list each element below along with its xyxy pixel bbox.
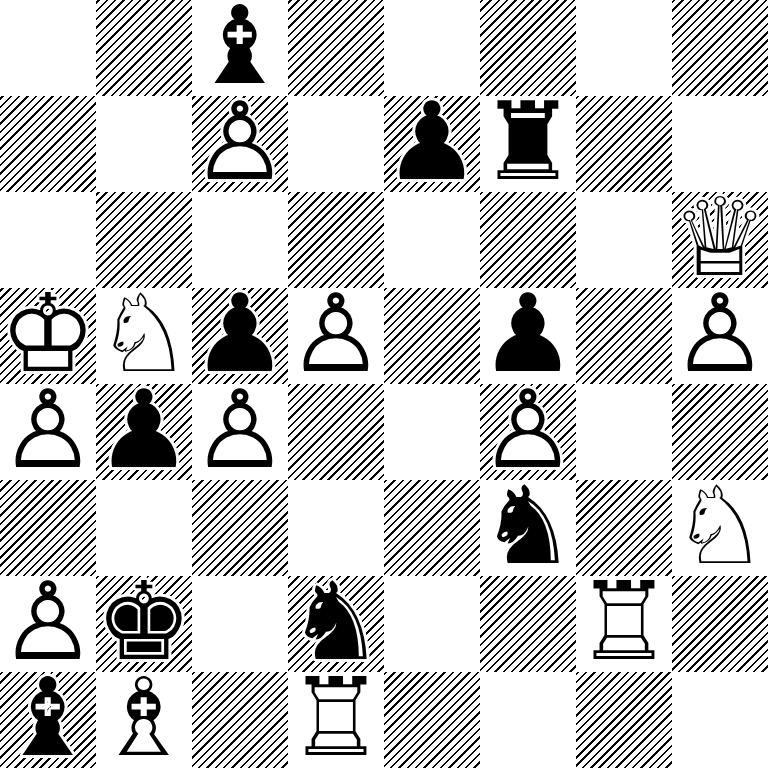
white-knight-icon: ♘ xyxy=(672,472,768,580)
white-bishop-icon: ♗ xyxy=(96,664,193,768)
piece-white-king[interactable]: ♚♔ xyxy=(0,288,96,384)
square-h3[interactable]: ♞♘ xyxy=(672,480,768,576)
white-pawn-halo: ♟ xyxy=(480,376,577,484)
piece-black-pawn[interactable]: ♟♟ xyxy=(384,96,480,192)
square-e6[interactable] xyxy=(384,192,480,288)
white-pawn-icon: ♙ xyxy=(288,280,385,388)
black-pawn-icon: ♟ xyxy=(480,280,577,388)
piece-black-pawn[interactable]: ♟♟ xyxy=(96,384,192,480)
square-h2[interactable] xyxy=(672,576,768,672)
chess-board: ♝♝♟♙♟♟♜♜♛♕♚♔♞♘♟♟♟♙♟♟♟♙♟♙♟♟♟♙♟♙♞♞♞♘♟♙♚♚♞♞… xyxy=(0,0,768,768)
square-f2[interactable] xyxy=(480,576,576,672)
square-a7[interactable] xyxy=(0,96,96,192)
white-queen-halo: ♛ xyxy=(672,184,768,292)
square-b2[interactable]: ♚♚ xyxy=(96,576,192,672)
square-b3[interactable] xyxy=(96,480,192,576)
square-b8[interactable] xyxy=(96,0,192,96)
square-e4[interactable] xyxy=(384,384,480,480)
square-e2[interactable] xyxy=(384,576,480,672)
piece-black-knight[interactable]: ♞♞ xyxy=(288,576,384,672)
square-f6[interactable] xyxy=(480,192,576,288)
black-rook-halo: ♜ xyxy=(480,88,577,196)
square-g6[interactable] xyxy=(576,192,672,288)
piece-white-pawn[interactable]: ♟♙ xyxy=(0,384,96,480)
square-c5[interactable]: ♟♟ xyxy=(192,288,288,384)
white-pawn-halo: ♟ xyxy=(0,376,96,484)
white-knight-halo: ♞ xyxy=(672,472,768,580)
square-h4[interactable] xyxy=(672,384,768,480)
white-knight-icon: ♘ xyxy=(96,280,193,388)
piece-white-pawn[interactable]: ♟♙ xyxy=(192,96,288,192)
white-pawn-icon: ♙ xyxy=(480,376,577,484)
square-h5[interactable]: ♟♙ xyxy=(672,288,768,384)
piece-black-pawn[interactable]: ♟♟ xyxy=(480,288,576,384)
black-knight-icon: ♞ xyxy=(480,472,577,580)
white-pawn-halo: ♟ xyxy=(192,376,289,484)
black-bishop-halo: ♝ xyxy=(192,0,289,100)
black-bishop-icon: ♝ xyxy=(0,664,96,768)
square-c3[interactable] xyxy=(192,480,288,576)
square-b7[interactable] xyxy=(96,96,192,192)
square-f4[interactable]: ♟♙ xyxy=(480,384,576,480)
piece-white-pawn[interactable]: ♟♙ xyxy=(192,384,288,480)
white-pawn-halo: ♟ xyxy=(672,280,768,388)
square-d1[interactable]: ♜♖ xyxy=(288,672,384,768)
square-d7[interactable] xyxy=(288,96,384,192)
black-king-halo: ♚ xyxy=(96,568,193,676)
square-d4[interactable] xyxy=(288,384,384,480)
piece-white-pawn[interactable]: ♟♙ xyxy=(288,288,384,384)
white-rook-icon: ♖ xyxy=(576,568,673,676)
black-knight-halo: ♞ xyxy=(288,568,385,676)
square-g2[interactable]: ♜♖ xyxy=(576,576,672,672)
piece-white-rook[interactable]: ♜♖ xyxy=(576,576,672,672)
square-b1[interactable]: ♝♗ xyxy=(96,672,192,768)
square-g3[interactable] xyxy=(576,480,672,576)
black-pawn-halo: ♟ xyxy=(96,376,193,484)
square-c7[interactable]: ♟♙ xyxy=(192,96,288,192)
white-pawn-halo: ♟ xyxy=(0,568,96,676)
white-pawn-halo: ♟ xyxy=(192,88,289,196)
square-b6[interactable] xyxy=(96,192,192,288)
square-a1[interactable]: ♝♝ xyxy=(0,672,96,768)
square-f3[interactable]: ♞♞ xyxy=(480,480,576,576)
square-e3[interactable] xyxy=(384,480,480,576)
square-a4[interactable]: ♟♙ xyxy=(0,384,96,480)
square-c1[interactable] xyxy=(192,672,288,768)
square-g4[interactable] xyxy=(576,384,672,480)
white-rook-icon: ♖ xyxy=(288,664,385,768)
square-h1[interactable] xyxy=(672,672,768,768)
white-bishop-halo: ♝ xyxy=(96,664,193,768)
square-d3[interactable] xyxy=(288,480,384,576)
square-f8[interactable] xyxy=(480,0,576,96)
square-a8[interactable] xyxy=(0,0,96,96)
square-c2[interactable] xyxy=(192,576,288,672)
white-king-icon: ♔ xyxy=(0,280,96,388)
black-pawn-halo: ♟ xyxy=(192,280,289,388)
square-a6[interactable] xyxy=(0,192,96,288)
square-a5[interactable]: ♚♔ xyxy=(0,288,96,384)
black-bishop-icon: ♝ xyxy=(192,0,289,100)
piece-white-pawn[interactable]: ♟♙ xyxy=(0,576,96,672)
square-g1[interactable] xyxy=(576,672,672,768)
square-d8[interactable] xyxy=(288,0,384,96)
square-h8[interactable] xyxy=(672,0,768,96)
square-d2[interactable]: ♞♞ xyxy=(288,576,384,672)
piece-black-knight[interactable]: ♞♞ xyxy=(480,480,576,576)
white-pawn-icon: ♙ xyxy=(0,568,96,676)
piece-white-pawn[interactable]: ♟♙ xyxy=(480,384,576,480)
piece-black-king[interactable]: ♚♚ xyxy=(96,576,192,672)
black-pawn-icon: ♟ xyxy=(96,376,193,484)
square-d6[interactable] xyxy=(288,192,384,288)
black-pawn-icon: ♟ xyxy=(384,88,481,196)
black-pawn-icon: ♟ xyxy=(192,280,289,388)
square-e5[interactable] xyxy=(384,288,480,384)
piece-black-bishop[interactable]: ♝♝ xyxy=(0,672,96,768)
square-e1[interactable] xyxy=(384,672,480,768)
square-h6[interactable]: ♛♕ xyxy=(672,192,768,288)
black-rook-icon: ♜ xyxy=(480,88,577,196)
square-g8[interactable] xyxy=(576,0,672,96)
square-a3[interactable] xyxy=(0,480,96,576)
piece-white-pawn[interactable]: ♟♙ xyxy=(672,288,768,384)
square-b4[interactable]: ♟♟ xyxy=(96,384,192,480)
white-pawn-icon: ♙ xyxy=(192,88,289,196)
piece-white-queen[interactable]: ♛♕ xyxy=(672,192,768,288)
white-pawn-icon: ♙ xyxy=(0,376,96,484)
white-queen-icon: ♕ xyxy=(672,184,768,292)
white-rook-halo: ♜ xyxy=(288,664,385,768)
black-pawn-halo: ♟ xyxy=(384,88,481,196)
square-g5[interactable] xyxy=(576,288,672,384)
square-c6[interactable] xyxy=(192,192,288,288)
square-h7[interactable] xyxy=(672,96,768,192)
square-g7[interactable] xyxy=(576,96,672,192)
white-king-halo: ♚ xyxy=(0,280,96,388)
piece-white-bishop[interactable]: ♝♗ xyxy=(96,672,192,768)
black-knight-icon: ♞ xyxy=(288,568,385,676)
square-b5[interactable]: ♞♘ xyxy=(96,288,192,384)
square-c4[interactable]: ♟♙ xyxy=(192,384,288,480)
white-rook-halo: ♜ xyxy=(576,568,673,676)
square-c8[interactable]: ♝♝ xyxy=(192,0,288,96)
square-e8[interactable] xyxy=(384,0,480,96)
square-a2[interactable]: ♟♙ xyxy=(0,576,96,672)
piece-white-knight[interactable]: ♞♘ xyxy=(96,288,192,384)
black-king-icon: ♚ xyxy=(96,568,193,676)
square-e7[interactable]: ♟♟ xyxy=(384,96,480,192)
square-d5[interactable]: ♟♙ xyxy=(288,288,384,384)
piece-black-rook[interactable]: ♜♜ xyxy=(480,96,576,192)
square-f5[interactable]: ♟♟ xyxy=(480,288,576,384)
square-f1[interactable] xyxy=(480,672,576,768)
piece-white-rook[interactable]: ♜♖ xyxy=(288,672,384,768)
square-f7[interactable]: ♜♜ xyxy=(480,96,576,192)
black-bishop-halo: ♝ xyxy=(0,664,96,768)
piece-black-bishop[interactable]: ♝♝ xyxy=(192,0,288,96)
white-pawn-halo: ♟ xyxy=(288,280,385,388)
black-pawn-halo: ♟ xyxy=(480,280,577,388)
white-pawn-icon: ♙ xyxy=(672,280,768,388)
piece-white-knight[interactable]: ♞♘ xyxy=(672,480,768,576)
black-knight-halo: ♞ xyxy=(480,472,577,580)
white-knight-halo: ♞ xyxy=(96,280,193,388)
piece-black-pawn[interactable]: ♟♟ xyxy=(192,288,288,384)
white-pawn-icon: ♙ xyxy=(192,376,289,484)
